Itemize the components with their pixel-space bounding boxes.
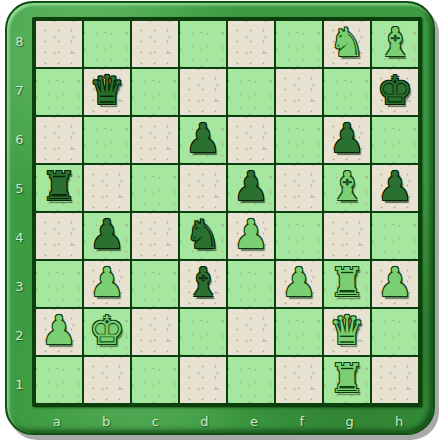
piece-white-pawn[interactable]: ♟	[89, 262, 125, 302]
square-b1[interactable]	[84, 357, 130, 403]
chessboard-screenshot: 87654321 abcdefgh ♞♝♛♚♟♟♜♟♝♟♟♞♟♟♝♟♜♟♟♚♛♜	[0, 0, 444, 442]
file-label-h: h	[395, 415, 403, 428]
piece-white-queen[interactable]: ♛	[329, 310, 365, 350]
square-d1[interactable]	[180, 357, 226, 403]
square-a7[interactable]	[36, 69, 82, 115]
file-label-e: e	[250, 415, 258, 428]
piece-white-king[interactable]: ♚	[89, 310, 125, 350]
piece-black-knight[interactable]: ♞	[185, 214, 221, 254]
piece-white-pawn[interactable]: ♟	[233, 214, 269, 254]
square-g5[interactable]: ♝	[324, 165, 370, 211]
square-g1[interactable]: ♜	[324, 357, 370, 403]
piece-black-pawn[interactable]: ♟	[185, 118, 221, 158]
square-c5[interactable]	[132, 165, 178, 211]
square-c3[interactable]	[132, 261, 178, 307]
square-g3[interactable]: ♜	[324, 261, 370, 307]
square-e5[interactable]: ♟	[228, 165, 274, 211]
square-h6[interactable]	[372, 117, 418, 163]
square-c2[interactable]	[132, 309, 178, 355]
piece-black-king[interactable]: ♚	[377, 70, 413, 110]
square-a5[interactable]: ♜	[36, 165, 82, 211]
piece-white-pawn[interactable]: ♟	[281, 262, 317, 302]
square-f4[interactable]	[276, 213, 322, 259]
square-c8[interactable]	[132, 21, 178, 67]
square-d6[interactable]: ♟	[180, 117, 226, 163]
square-e2[interactable]	[228, 309, 274, 355]
square-b8[interactable]	[84, 21, 130, 67]
piece-black-pawn[interactable]: ♟	[377, 166, 413, 206]
piece-black-pawn[interactable]: ♟	[329, 118, 365, 158]
rank-label-2: 2	[15, 329, 23, 342]
square-g6[interactable]: ♟	[324, 117, 370, 163]
square-h7[interactable]: ♚	[372, 69, 418, 115]
piece-white-knight[interactable]: ♞	[329, 22, 365, 62]
square-f6[interactable]	[276, 117, 322, 163]
square-h8[interactable]: ♝	[372, 21, 418, 67]
square-e1[interactable]	[228, 357, 274, 403]
square-b2[interactable]: ♚	[84, 309, 130, 355]
square-g4[interactable]	[324, 213, 370, 259]
square-b6[interactable]	[84, 117, 130, 163]
square-h2[interactable]	[372, 309, 418, 355]
square-d7[interactable]	[180, 69, 226, 115]
square-b7[interactable]: ♛	[84, 69, 130, 115]
square-b3[interactable]: ♟	[84, 261, 130, 307]
square-d3[interactable]: ♝	[180, 261, 226, 307]
rank-label-7: 7	[15, 84, 23, 97]
file-label-b: b	[102, 415, 110, 428]
square-c7[interactable]	[132, 69, 178, 115]
piece-white-bishop[interactable]: ♝	[377, 22, 413, 62]
piece-white-rook[interactable]: ♜	[329, 358, 365, 398]
square-f5[interactable]	[276, 165, 322, 211]
square-h3[interactable]: ♟	[372, 261, 418, 307]
square-c6[interactable]	[132, 117, 178, 163]
rank-label-1: 1	[15, 378, 23, 391]
square-e8[interactable]	[228, 21, 274, 67]
piece-white-pawn[interactable]: ♟	[41, 310, 77, 350]
piece-black-rook[interactable]: ♜	[41, 166, 77, 206]
file-labels: abcdefgh	[32, 409, 424, 433]
square-a3[interactable]	[36, 261, 82, 307]
file-label-a: a	[53, 415, 61, 428]
rank-label-3: 3	[15, 280, 23, 293]
square-a6[interactable]	[36, 117, 82, 163]
file-label-f: f	[299, 415, 304, 428]
square-b4[interactable]: ♟	[84, 213, 130, 259]
rank-label-6: 6	[15, 133, 23, 146]
square-h1[interactable]	[372, 357, 418, 403]
square-h5[interactable]: ♟	[372, 165, 418, 211]
rank-label-5: 5	[15, 182, 23, 195]
square-f7[interactable]	[276, 69, 322, 115]
square-e6[interactable]	[228, 117, 274, 163]
piece-black-pawn[interactable]: ♟	[89, 214, 125, 254]
piece-black-bishop[interactable]: ♝	[185, 262, 221, 302]
piece-white-rook[interactable]: ♜	[329, 262, 365, 302]
square-d8[interactable]	[180, 21, 226, 67]
square-e4[interactable]: ♟	[228, 213, 274, 259]
piece-white-pawn[interactable]: ♟	[377, 262, 413, 302]
square-c1[interactable]	[132, 357, 178, 403]
square-d4[interactable]: ♞	[180, 213, 226, 259]
piece-white-bishop[interactable]: ♝	[329, 166, 365, 206]
rank-labels: 87654321	[7, 17, 32, 409]
square-g7[interactable]	[324, 69, 370, 115]
square-c4[interactable]	[132, 213, 178, 259]
square-f8[interactable]	[276, 21, 322, 67]
file-label-d: d	[200, 415, 208, 428]
square-f2[interactable]	[276, 309, 322, 355]
square-e3[interactable]	[228, 261, 274, 307]
square-a8[interactable]	[36, 21, 82, 67]
board: ♞♝♛♚♟♟♜♟♝♟♟♞♟♟♝♟♜♟♟♚♛♜	[32, 17, 422, 407]
square-g8[interactable]: ♞	[324, 21, 370, 67]
board-frame: 87654321 abcdefgh ♞♝♛♚♟♟♜♟♝♟♟♞♟♟♝♟♜♟♟♚♛♜	[5, 1, 435, 435]
square-f1[interactable]	[276, 357, 322, 403]
square-d5[interactable]	[180, 165, 226, 211]
piece-black-queen[interactable]: ♛	[89, 70, 125, 110]
square-f3[interactable]: ♟	[276, 261, 322, 307]
square-d2[interactable]	[180, 309, 226, 355]
square-a1[interactable]	[36, 357, 82, 403]
square-e7[interactable]	[228, 69, 274, 115]
square-a2[interactable]: ♟	[36, 309, 82, 355]
square-h4[interactable]	[372, 213, 418, 259]
square-g2[interactable]: ♛	[324, 309, 370, 355]
square-a4[interactable]	[36, 213, 82, 259]
rank-label-8: 8	[15, 35, 23, 48]
rank-label-4: 4	[15, 231, 23, 244]
file-label-g: g	[345, 415, 353, 428]
square-b5[interactable]	[84, 165, 130, 211]
file-label-c: c	[152, 415, 159, 428]
piece-black-pawn[interactable]: ♟	[233, 166, 269, 206]
